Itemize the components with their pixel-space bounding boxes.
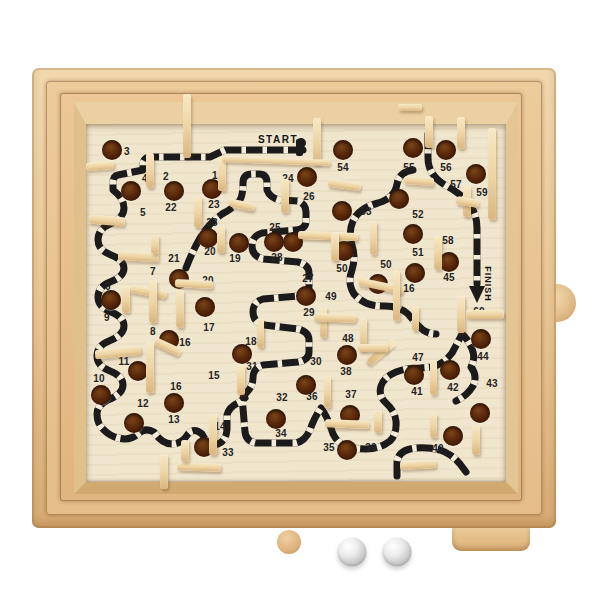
wall-stick[interactable] bbox=[457, 296, 465, 333]
hole-number: 32 bbox=[276, 392, 288, 403]
wall-stick[interactable] bbox=[472, 425, 480, 455]
drop-hole bbox=[102, 140, 122, 160]
wall-stick[interactable] bbox=[370, 221, 377, 255]
steel-marble[interactable] bbox=[338, 538, 367, 567]
hole-number: 42 bbox=[447, 382, 459, 393]
finish-label: FINISH bbox=[483, 266, 493, 302]
drop-hole bbox=[436, 140, 456, 160]
hole-number: 57 bbox=[450, 179, 462, 190]
drop-hole bbox=[101, 290, 121, 310]
drop-hole bbox=[471, 329, 491, 349]
wall-stick[interactable] bbox=[218, 158, 226, 191]
hole-number: 50 bbox=[336, 263, 348, 274]
wall-stick[interactable] bbox=[434, 236, 442, 270]
drop-hole bbox=[405, 263, 425, 283]
hole-number: 9 bbox=[104, 312, 110, 323]
drop-hole bbox=[91, 385, 111, 405]
hole-number: 25 bbox=[269, 222, 281, 233]
hole-number: 16 bbox=[403, 283, 415, 294]
wall-stick[interactable] bbox=[320, 307, 327, 338]
drop-hole bbox=[121, 181, 141, 201]
drop-hole bbox=[337, 345, 357, 365]
hole-number: 53 bbox=[360, 206, 372, 217]
labyrinth-product-photo: START FINISH 123456789101112131415161616… bbox=[0, 0, 600, 600]
hole-number: 16 bbox=[179, 337, 191, 348]
hole-number: 11 bbox=[118, 356, 129, 367]
hole-number: 7 bbox=[150, 266, 156, 277]
wall-stick[interactable] bbox=[160, 454, 168, 489]
drop-hole bbox=[124, 413, 144, 433]
steel-marble[interactable] bbox=[383, 538, 412, 567]
hole-number: 19 bbox=[229, 253, 241, 264]
drop-hole bbox=[164, 393, 184, 413]
drop-hole bbox=[128, 361, 148, 381]
wall-stick[interactable] bbox=[430, 413, 437, 438]
hole-number: 28 bbox=[271, 252, 283, 263]
hole-number: 12 bbox=[137, 398, 149, 409]
wall-stick[interactable] bbox=[314, 313, 356, 322]
hole-number: 16 bbox=[170, 381, 182, 392]
hole-number: 2 bbox=[163, 171, 169, 182]
wall-stick[interactable] bbox=[412, 306, 419, 331]
drop-hole bbox=[389, 189, 409, 209]
wall-stick[interactable] bbox=[313, 118, 321, 165]
hole-number: 37 bbox=[345, 389, 357, 400]
wall-stick[interactable] bbox=[183, 94, 191, 158]
hole-number: 18 bbox=[245, 336, 257, 347]
wall-stick[interactable] bbox=[325, 419, 369, 429]
start-label: START bbox=[258, 134, 298, 145]
hole-number: 21 bbox=[168, 253, 180, 264]
wall-stick[interactable] bbox=[217, 226, 225, 253]
wall-stick[interactable] bbox=[194, 196, 202, 228]
wall-stick[interactable] bbox=[358, 344, 388, 352]
drop-hole bbox=[439, 252, 459, 272]
wall-stick[interactable] bbox=[425, 116, 433, 148]
wall-stick[interactable] bbox=[430, 360, 437, 395]
drop-hole bbox=[195, 297, 215, 317]
drop-hole bbox=[403, 224, 423, 244]
drop-hole bbox=[440, 360, 460, 380]
hole-number: 27 bbox=[302, 273, 314, 284]
hole-number: 23 bbox=[208, 199, 220, 210]
drop-hole bbox=[337, 440, 357, 460]
hole-number: 45 bbox=[443, 272, 455, 283]
drop-hole bbox=[404, 365, 424, 385]
drop-hole bbox=[443, 426, 463, 446]
drop-hole bbox=[470, 403, 490, 423]
drop-hole bbox=[297, 167, 317, 187]
wall-stick[interactable] bbox=[122, 286, 130, 313]
hole-number: 38 bbox=[340, 366, 352, 377]
drop-hole bbox=[264, 232, 284, 252]
hole-number: 58 bbox=[442, 235, 454, 246]
drop-hole bbox=[164, 181, 184, 201]
wall-stick[interactable] bbox=[209, 414, 217, 455]
hole-number: 5 bbox=[140, 207, 146, 218]
hole-number: 50 bbox=[380, 259, 392, 270]
drop-hole bbox=[466, 164, 486, 184]
hole-number: 48 bbox=[342, 333, 354, 344]
wall-stick[interactable] bbox=[151, 235, 159, 254]
wall-stick[interactable] bbox=[176, 290, 184, 328]
hole-number: 59 bbox=[476, 187, 488, 198]
drop-hole bbox=[229, 233, 249, 253]
drop-hole bbox=[403, 138, 423, 158]
hole-number: 22 bbox=[165, 202, 177, 213]
hole-number: 8 bbox=[150, 326, 156, 337]
hole-number: 56 bbox=[440, 162, 452, 173]
hole-number: 10 bbox=[93, 373, 105, 384]
hole-number: 34 bbox=[275, 428, 287, 439]
hole-number: 39 bbox=[365, 442, 377, 453]
wall-stick[interactable] bbox=[488, 128, 496, 220]
wall-stick[interactable] bbox=[374, 410, 382, 433]
hole-number: 51 bbox=[412, 247, 424, 258]
wall-stick[interactable] bbox=[257, 318, 264, 348]
hole-number: 43 bbox=[486, 378, 498, 389]
hole-number: 36 bbox=[306, 391, 318, 402]
hole-number: 15 bbox=[208, 370, 220, 381]
hole-number: 52 bbox=[412, 209, 424, 220]
hole-number: 49 bbox=[325, 291, 337, 302]
drop-hole bbox=[333, 140, 353, 160]
hole-number: 26 bbox=[303, 191, 315, 202]
hole-number: 33 bbox=[222, 447, 234, 458]
wall-stick[interactable] bbox=[177, 462, 221, 472]
hole-number: 17 bbox=[203, 322, 215, 333]
hole-number: 47 bbox=[412, 352, 424, 363]
hole-number: 6 bbox=[105, 281, 111, 292]
drop-hole bbox=[296, 286, 316, 306]
wall-stick[interactable] bbox=[181, 440, 189, 462]
hole-number: 30 bbox=[310, 356, 322, 367]
wall-stick[interactable] bbox=[393, 270, 400, 321]
hole-number: 3 bbox=[124, 146, 130, 157]
drop-hole bbox=[266, 409, 286, 429]
hole-number: 41 bbox=[411, 386, 423, 397]
wall-stick[interactable] bbox=[281, 179, 289, 213]
hole-number: 23 bbox=[206, 217, 218, 228]
wall-stick[interactable] bbox=[237, 365, 245, 395]
drop-hole bbox=[332, 201, 352, 221]
hole-number: 35 bbox=[323, 442, 335, 453]
wall-stick[interactable] bbox=[149, 280, 157, 323]
hole-number: 54 bbox=[337, 162, 349, 173]
hole-number: 55 bbox=[403, 162, 415, 173]
hole-number: 31 bbox=[246, 361, 258, 372]
wall-stick[interactable] bbox=[466, 310, 504, 319]
hole-number: 20 bbox=[204, 246, 216, 257]
hole-number: 44 bbox=[477, 351, 489, 362]
wall-stick[interactable] bbox=[146, 342, 154, 393]
wall-stick[interactable] bbox=[331, 233, 339, 261]
hole-number: 13 bbox=[168, 414, 180, 425]
wall-stick[interactable] bbox=[457, 117, 465, 149]
hole-number: 40 bbox=[432, 443, 444, 454]
wall-stick[interactable] bbox=[324, 376, 331, 408]
wall-stick[interactable] bbox=[398, 104, 422, 111]
wall-stick[interactable] bbox=[146, 153, 154, 188]
